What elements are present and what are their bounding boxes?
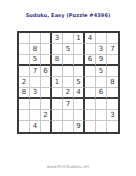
sudoku-cell-r3c2: 5 (30, 55, 41, 66)
sudoku-cell-r7c3 (41, 99, 52, 110)
sudoku-cell-r8c3: 2 (41, 110, 52, 121)
sudoku-cell-r9c7 (85, 121, 96, 132)
sudoku-cell-r3c5 (63, 55, 74, 66)
sudoku-cell-r7c2 (30, 99, 41, 110)
sudoku-cell-r8c7 (85, 110, 96, 121)
sudoku-cell-r3c8: 9 (96, 55, 107, 66)
sudoku-cell-r4c1 (19, 66, 30, 77)
sudoku-cell-r6c3 (41, 88, 52, 99)
sudoku-cell-r9c4 (52, 121, 63, 132)
sudoku-cell-r5c2 (30, 77, 41, 88)
footer-url-link[interactable]: www.PrintSudoku.net (0, 164, 136, 169)
sudoku-cell-r1c6: 1 (74, 33, 85, 44)
sudoku-cell-r6c7 (85, 88, 96, 99)
sudoku-cell-r8c9: 3 (107, 110, 118, 121)
sudoku-cell-r2c6 (74, 44, 85, 55)
sudoku-cell-r8c5 (63, 110, 74, 121)
puzzle-title: Sudoku, Easy (Puzzle #4396) (0, 12, 136, 18)
printable-sudoku-page: Sudoku, Easy (Puzzle #4396) 314853758697… (0, 0, 136, 176)
sudoku-cell-r9c6: 9 (74, 121, 85, 132)
sudoku-cell-r8c1 (19, 110, 30, 121)
sudoku-cell-r1c2 (30, 33, 41, 44)
sudoku-cell-r9c8 (96, 121, 107, 132)
sudoku-cell-r2c9: 7 (107, 44, 118, 55)
sudoku-cell-r6c2: 3 (30, 88, 41, 99)
sudoku-cell-r7c1 (19, 99, 30, 110)
sudoku-cell-r5c7 (85, 77, 96, 88)
sudoku-cell-r6c6: 4 (74, 88, 85, 99)
sudoku-cell-r8c2 (30, 110, 41, 121)
sudoku-cell-r3c4: 8 (52, 55, 63, 66)
sudoku-cell-r1c4: 3 (52, 33, 63, 44)
sudoku-cell-r2c8: 3 (96, 44, 107, 55)
sudoku-cell-r5c4: 1 (52, 77, 63, 88)
sudoku-cell-r6c5: 2 (63, 88, 74, 99)
sudoku-cell-r2c4 (52, 44, 63, 55)
sudoku-cell-r5c8 (96, 77, 107, 88)
sudoku-cell-r4c2: 7 (30, 66, 41, 77)
sudoku-cell-r9c1 (19, 121, 30, 132)
sudoku-cell-r4c6 (74, 66, 85, 77)
sudoku-cell-r8c6 (74, 110, 85, 121)
sudoku-cell-r4c4 (52, 66, 63, 77)
sudoku-cell-r5c3 (41, 77, 52, 88)
sudoku-cell-r2c2: 8 (30, 44, 41, 55)
sudoku-cell-r8c4 (52, 110, 63, 121)
sudoku-cell-r6c4 (52, 88, 63, 99)
sudoku-cell-r6c8: 6 (96, 88, 107, 99)
sudoku-cell-r9c9 (107, 121, 118, 132)
sudoku-cell-r4c8: 5 (96, 66, 107, 77)
sudoku-cell-r6c9 (107, 88, 118, 99)
sudoku-cell-r7c8 (96, 99, 107, 110)
sudoku-cell-r9c3 (41, 121, 52, 132)
sudoku-cell-r5c5 (63, 77, 74, 88)
sudoku-cell-r1c7: 4 (85, 33, 96, 44)
sudoku-cell-r3c1 (19, 55, 30, 66)
sudoku-cell-r7c7 (85, 99, 96, 110)
sudoku-cell-r1c5 (63, 33, 74, 44)
sudoku-cell-r1c3 (41, 33, 52, 44)
sudoku-cell-r5c1: 2 (19, 77, 30, 88)
sudoku-cell-r7c6 (74, 99, 85, 110)
sudoku-cell-r6c1: 8 (19, 88, 30, 99)
sudoku-cell-r9c5 (63, 121, 74, 132)
sudoku-cell-r4c5 (63, 66, 74, 77)
sudoku-cell-r7c4 (52, 99, 63, 110)
sudoku-cell-r8c8 (96, 110, 107, 121)
sudoku-cell-r1c9 (107, 33, 118, 44)
sudoku-cell-r9c2: 4 (30, 121, 41, 132)
sudoku-cell-r7c5: 7 (63, 99, 74, 110)
sudoku-cell-r4c3: 6 (41, 66, 52, 77)
sudoku-cell-r2c5: 5 (63, 44, 74, 55)
sudoku-cell-r3c3 (41, 55, 52, 66)
sudoku-cell-r4c7 (85, 66, 96, 77)
sudoku-cell-r1c8 (96, 33, 107, 44)
sudoku-board: 3148537586976521588324672349 (17, 31, 120, 134)
sudoku-cell-r3c9 (107, 55, 118, 66)
sudoku-cell-r5c6: 5 (74, 77, 85, 88)
sudoku-cell-r5c9: 8 (107, 77, 118, 88)
sudoku-cell-r2c7 (85, 44, 96, 55)
sudoku-cell-r3c6 (74, 55, 85, 66)
sudoku-cell-r3c7: 6 (85, 55, 96, 66)
sudoku-cell-r2c3 (41, 44, 52, 55)
sudoku-cell-r2c1 (19, 44, 30, 55)
sudoku-cell-r1c1 (19, 33, 30, 44)
sudoku-cell-r7c9 (107, 99, 118, 110)
sudoku-cell-r4c9 (107, 66, 118, 77)
